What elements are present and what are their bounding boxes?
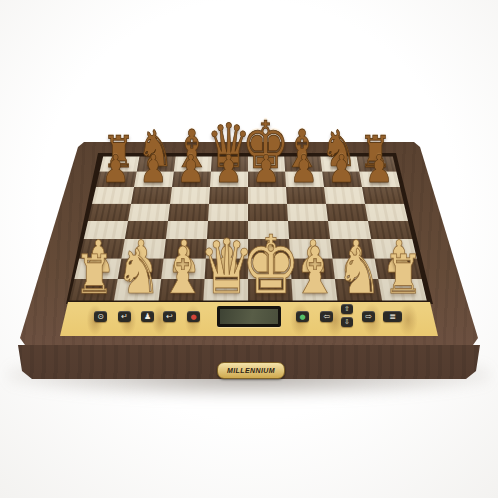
square-b5[interactable] [128, 204, 170, 221]
red-led-button[interactable]: ● [187, 311, 200, 322]
power-icon: ⊙ [97, 312, 104, 321]
pawn-icon: ♟ [144, 312, 151, 321]
white-knight-g1[interactable]: ♞ [336, 241, 381, 303]
white-rook-h1[interactable]: ♜ [384, 248, 424, 302]
black-pawn-f7[interactable]: ♟ [290, 150, 318, 188]
square-h5[interactable] [365, 204, 408, 221]
red-dot-icon: ● [190, 313, 196, 321]
black-pawn-d7[interactable]: ♟ [214, 150, 242, 188]
brand-logo: MILLENNIUM [218, 363, 284, 378]
white-knight-b1[interactable]: ♞ [116, 241, 161, 303]
square-a5[interactable] [88, 204, 131, 221]
menu-button[interactable]: ≣ [383, 311, 402, 322]
enter-icon: ↵ [121, 312, 128, 321]
white-rook-a1[interactable]: ♜ [75, 248, 115, 302]
square-c5[interactable] [168, 204, 209, 221]
takeback-icon: ↩ [166, 312, 173, 321]
arrow-left-icon: ⇦ [323, 312, 330, 321]
black-pawn-e7[interactable]: ♟ [252, 150, 280, 188]
black-pawn-c7[interactable]: ♟ [177, 150, 205, 188]
menu-icon: ≣ [389, 312, 396, 321]
chess-computer-photo: ⊙ ↵ ♟ ↩ ● ● ⇦ ⇧ ⇩ ⇨ ≣ MILLENNIUM ♜♞♝♛♚♝♞… [0, 0, 498, 498]
brand-plate: MILLENNIUM [217, 362, 285, 379]
green-dot-icon: ● [299, 313, 305, 321]
down-button[interactable]: ⇩ [341, 317, 353, 327]
black-pawn-b7[interactable]: ♟ [139, 150, 167, 188]
takeback-button[interactable]: ↩ [163, 311, 176, 322]
power-button[interactable]: ⊙ [94, 311, 107, 322]
enter-button[interactable]: ↵ [118, 311, 131, 322]
arrow-down-icon: ⇩ [344, 318, 350, 326]
black-pawn-a7[interactable]: ♟ [102, 150, 130, 188]
black-pawn-g7[interactable]: ♟ [327, 150, 355, 188]
white-bishop-f1[interactable]: ♝ [291, 239, 338, 304]
right-button[interactable]: ⇨ [362, 311, 375, 322]
left-button[interactable]: ⇦ [320, 311, 333, 322]
black-pawn-h7[interactable]: ♟ [365, 150, 393, 188]
square-g5[interactable] [326, 204, 368, 221]
arrow-right-icon: ⇨ [365, 312, 372, 321]
hint-button[interactable]: ♟ [141, 311, 154, 322]
